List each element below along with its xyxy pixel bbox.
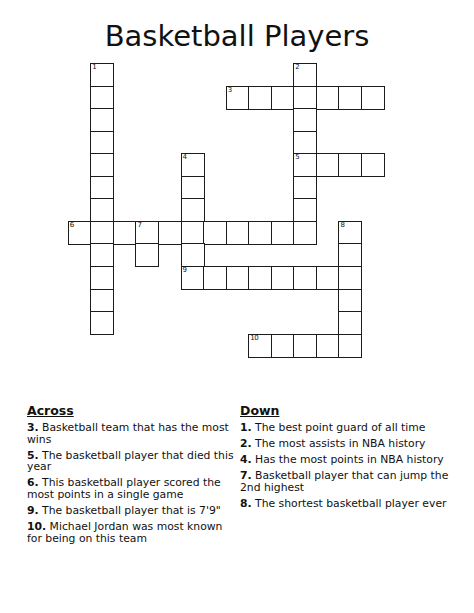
grid-cell-r2c10[interactable]: [271, 86, 295, 110]
clue-label: 8.: [240, 497, 252, 510]
grid-cell-r2c9[interactable]: [248, 86, 272, 110]
grid-cell-r8c8[interactable]: [226, 221, 250, 245]
clue-text: The basketball player that is 7'9": [39, 504, 221, 517]
grid-cell-r8c11[interactable]: [293, 221, 317, 245]
grid-cell-r12c13[interactable]: [338, 311, 362, 335]
clue-down-8: 8. The shortest basketball player ever: [240, 498, 457, 510]
grid-cell-r9c13[interactable]: [338, 243, 362, 267]
clue-across-6: 6. This basketball player scored the mos…: [27, 477, 235, 500]
grid-cell-r9c4[interactable]: [135, 243, 159, 267]
clue-text: The basketball player that died this yea…: [27, 449, 234, 474]
grid-cell-r10c10[interactable]: [271, 266, 295, 290]
down-header: Down: [240, 403, 457, 418]
grid-cell-r5c14[interactable]: [361, 153, 385, 177]
grid-cell-r7c6[interactable]: [181, 198, 205, 222]
clue-across-5: 5. The basketball player that died this …: [27, 450, 235, 473]
grid-cell-r13c11[interactable]: [293, 334, 317, 358]
clue-number-10: 10: [250, 334, 258, 343]
grid-cell-r10c11[interactable]: [293, 266, 317, 290]
grid-cell-r3c2[interactable]: [90, 108, 114, 132]
clue-number-6: 6: [70, 221, 74, 230]
grid-cell-r10c9[interactable]: [248, 266, 272, 290]
grid-cell-r8c10[interactable]: [271, 221, 295, 245]
down-clues-section: Down 1. The best point guard of all time…: [240, 403, 457, 514]
clue-text: The shortest basketball player ever: [252, 497, 447, 510]
grid-cell-r2c12[interactable]: [316, 86, 340, 110]
grid-cell-r5c2[interactable]: [90, 153, 114, 177]
grid-cell-r13c12[interactable]: [316, 334, 340, 358]
across-clue-list: 3. Basketball team that has the most win…: [27, 422, 235, 544]
clue-label: 9.: [27, 504, 39, 517]
grid-cell-r8c4[interactable]: 7: [135, 221, 159, 245]
grid-cell-r6c6[interactable]: [181, 176, 205, 200]
across-header: Across: [27, 403, 235, 418]
crossword-worksheet: { "game": "crossword", "title": "Basketb…: [0, 0, 474, 613]
grid-cell-r13c9[interactable]: 10: [248, 334, 272, 358]
clue-number-7: 7: [137, 221, 141, 230]
clue-number-1: 1: [92, 63, 96, 72]
grid-cell-r6c11[interactable]: [293, 176, 317, 200]
clue-text: Basketball player that can jump the 2nd …: [240, 469, 448, 494]
clue-label: 1.: [240, 421, 252, 434]
clue-number-2: 2: [295, 63, 299, 72]
grid-cell-r5c6[interactable]: 4: [181, 153, 205, 177]
grid-cell-r2c14[interactable]: [361, 86, 385, 110]
clue-text: Michael Jordan was most known for being …: [27, 520, 222, 545]
grid-cell-r10c7[interactable]: [203, 266, 227, 290]
clue-down-7: 7. Basketball player that can jump the 2…: [240, 470, 457, 493]
grid-cell-r5c11[interactable]: 5: [293, 153, 317, 177]
clue-number-8: 8: [340, 221, 344, 230]
clue-text: The best point guard of all time: [252, 421, 426, 434]
clue-across-10: 10. Michael Jordan was most known for be…: [27, 521, 235, 544]
grid-cell-r1c2[interactable]: 1: [90, 63, 114, 87]
grid-cell-r9c2[interactable]: [90, 243, 114, 267]
grid-cell-r10c13[interactable]: [338, 266, 362, 290]
grid-cell-r8c1[interactable]: 6: [68, 221, 92, 245]
grid-cell-r4c2[interactable]: [90, 131, 114, 155]
clue-text: This basketball player scored the most p…: [27, 476, 221, 501]
grid-cell-r8c9[interactable]: [248, 221, 272, 245]
clue-number-4: 4: [183, 153, 187, 162]
grid-cell-r4c11[interactable]: [293, 131, 317, 155]
grid-cell-r12c2[interactable]: [90, 311, 114, 335]
clue-down-1: 1. The best point guard of all time: [240, 422, 457, 434]
grid-cell-r5c12[interactable]: [316, 153, 340, 177]
clue-label: 2.: [240, 437, 252, 450]
clue-down-4: 4. Has the most points in NBA history: [240, 454, 457, 466]
grid-cell-r7c11[interactable]: [293, 198, 317, 222]
clue-text: Basketball team that has the most wins: [27, 421, 229, 446]
grid-cell-r8c7[interactable]: [203, 221, 227, 245]
clue-label: 4.: [240, 453, 252, 466]
grid-cell-r13c10[interactable]: [271, 334, 295, 358]
grid-cell-r6c2[interactable]: [90, 176, 114, 200]
clue-across-9: 9. The basketball player that is 7'9": [27, 505, 235, 517]
grid-cell-r8c2[interactable]: [90, 221, 114, 245]
grid-cell-r10c2[interactable]: [90, 266, 114, 290]
grid-cell-r8c5[interactable]: [158, 221, 182, 245]
puzzle-title: Basketball Players: [0, 20, 474, 52]
grid-cell-r13c13[interactable]: [338, 334, 362, 358]
clue-number-3: 3: [228, 86, 232, 95]
grid-cell-r11c2[interactable]: [90, 289, 114, 313]
grid-cell-r7c2[interactable]: [90, 198, 114, 222]
grid-cell-r5c13[interactable]: [338, 153, 362, 177]
grid-cell-r8c3[interactable]: [113, 221, 137, 245]
grid-cell-r2c2[interactable]: [90, 86, 114, 110]
grid-cell-r11c13[interactable]: [338, 289, 362, 313]
grid-cell-r9c6[interactable]: [181, 243, 205, 267]
grid-cell-r8c13[interactable]: 8: [338, 221, 362, 245]
grid-cell-r8c6[interactable]: [181, 221, 205, 245]
clue-across-3: 3. Basketball team that has the most win…: [27, 422, 235, 445]
grid-cell-r10c12[interactable]: [316, 266, 340, 290]
grid-cell-r10c6[interactable]: 9: [181, 266, 205, 290]
down-clue-list: 1. The best point guard of all time2. Th…: [240, 422, 457, 510]
clue-text: Has the most points in NBA history: [252, 453, 444, 466]
grid-cell-r10c8[interactable]: [226, 266, 250, 290]
grid-cell-r2c13[interactable]: [338, 86, 362, 110]
across-clues-section: Across 3. Basketball team that has the m…: [27, 403, 235, 549]
clue-number-9: 9: [183, 266, 187, 275]
clue-number-5: 5: [295, 153, 299, 162]
grid-cell-r3c11[interactable]: [293, 108, 317, 132]
grid-cell-r2c11[interactable]: [293, 86, 317, 110]
clue-text: The most assists in NBA history: [252, 437, 426, 450]
grid-cell-r1c11[interactable]: 2: [293, 63, 317, 87]
clue-down-2: 2. The most assists in NBA history: [240, 438, 457, 450]
grid-cell-r2c8[interactable]: 3: [226, 86, 250, 110]
